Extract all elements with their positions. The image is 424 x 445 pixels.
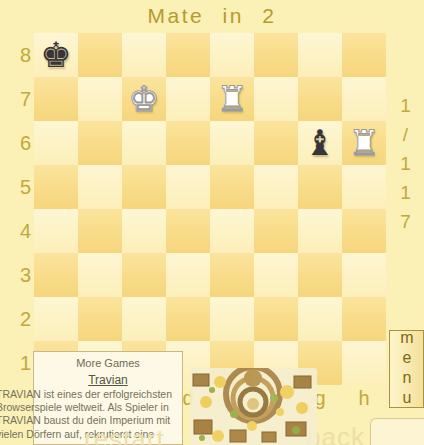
square-c5[interactable] [122, 165, 166, 209]
square-a2[interactable] [34, 297, 78, 341]
chess-board[interactable]: ♚♚♜♝♜ [34, 33, 386, 385]
puzzle-title: Mate in 2 [0, 4, 424, 28]
square-g8[interactable] [298, 33, 342, 77]
square-f2[interactable] [254, 297, 298, 341]
square-a6[interactable] [34, 121, 78, 165]
square-h3[interactable] [342, 253, 386, 297]
square-a5[interactable] [34, 165, 78, 209]
rank-label-8: 8 [0, 33, 36, 77]
piece-wR-h6[interactable]: ♜ [348, 121, 379, 165]
puzzle-progress: 1/117 [394, 95, 416, 245]
square-h1[interactable] [342, 341, 386, 385]
square-f6[interactable] [254, 121, 298, 165]
square-f7[interactable] [254, 77, 298, 121]
square-g5[interactable] [298, 165, 342, 209]
square-g2[interactable] [298, 297, 342, 341]
corner-panel [370, 418, 424, 445]
square-h5[interactable] [342, 165, 386, 209]
square-h7[interactable] [342, 77, 386, 121]
square-e5[interactable] [210, 165, 254, 209]
rank-label-6: 6 [0, 121, 36, 165]
restart-button[interactable]: restart [84, 424, 165, 445]
square-a8[interactable]: ♚ [34, 33, 78, 77]
square-e8[interactable] [210, 33, 254, 77]
popup-heading: More Games [34, 357, 182, 369]
square-b7[interactable] [78, 77, 122, 121]
square-f4[interactable] [254, 209, 298, 253]
square-e2[interactable] [210, 297, 254, 341]
piece-bK-a8[interactable]: ♚ [40, 33, 71, 77]
square-e6[interactable] [210, 121, 254, 165]
square-a4[interactable] [34, 209, 78, 253]
square-b5[interactable] [78, 165, 122, 209]
square-c8[interactable] [122, 33, 166, 77]
square-b6[interactable] [78, 121, 122, 165]
rank-label-3: 3 [0, 253, 36, 297]
square-g3[interactable] [298, 253, 342, 297]
rank-label-2: 2 [0, 297, 36, 341]
square-h4[interactable] [342, 209, 386, 253]
square-d3[interactable] [166, 253, 210, 297]
square-b2[interactable] [78, 297, 122, 341]
square-g7[interactable] [298, 77, 342, 121]
rank-label-5: 5 [0, 165, 36, 209]
piece-wK-c7[interactable]: ♚ [128, 77, 159, 121]
square-c6[interactable] [122, 121, 166, 165]
piece-bB-g6[interactable]: ♝ [304, 121, 335, 165]
rank-label-4: 4 [0, 209, 36, 253]
square-d8[interactable] [166, 33, 210, 77]
rank-label-1: 1 [0, 341, 36, 385]
square-d6[interactable] [166, 121, 210, 165]
menu-button-label: menu [398, 329, 416, 409]
square-h8[interactable] [342, 33, 386, 77]
square-c7[interactable]: ♚ [122, 77, 166, 121]
square-d2[interactable] [166, 297, 210, 341]
rank-labels: 87654321 [0, 33, 36, 385]
menu-button[interactable]: menu [389, 330, 424, 408]
square-e7[interactable]: ♜ [210, 77, 254, 121]
square-d5[interactable] [166, 165, 210, 209]
square-b4[interactable] [78, 209, 122, 253]
square-h2[interactable] [342, 297, 386, 341]
rank-label-7: 7 [0, 77, 36, 121]
square-b8[interactable] [78, 33, 122, 77]
square-h6[interactable]: ♜ [342, 121, 386, 165]
square-e4[interactable] [210, 209, 254, 253]
square-a7[interactable] [34, 77, 78, 121]
piece-wR-e7[interactable]: ♜ [216, 77, 247, 121]
square-c3[interactable] [122, 253, 166, 297]
square-f5[interactable] [254, 165, 298, 209]
square-c4[interactable] [122, 209, 166, 253]
travian-promo-image[interactable] [190, 368, 317, 445]
square-f8[interactable] [254, 33, 298, 77]
square-g4[interactable] [298, 209, 342, 253]
square-b3[interactable] [78, 253, 122, 297]
square-f3[interactable] [254, 253, 298, 297]
square-a3[interactable] [34, 253, 78, 297]
square-g6[interactable]: ♝ [298, 121, 342, 165]
travian-link[interactable]: Travian [34, 373, 182, 387]
square-e3[interactable] [210, 253, 254, 297]
square-c2[interactable] [122, 297, 166, 341]
travian-promo-art [190, 368, 317, 445]
file-label-h: h [342, 385, 386, 411]
square-d7[interactable] [166, 77, 210, 121]
square-d4[interactable] [166, 209, 210, 253]
